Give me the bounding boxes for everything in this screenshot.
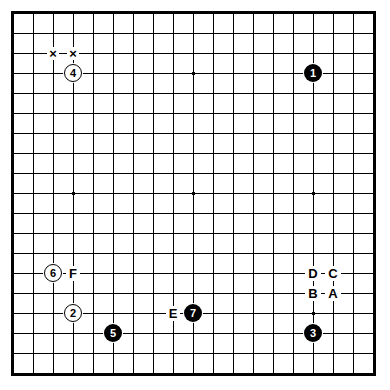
move-number: 4: [70, 68, 76, 79]
move-number: 6: [50, 268, 56, 279]
stone-white-2[interactable]: 2: [64, 304, 82, 322]
star-point: [312, 312, 315, 315]
move-number: 5: [110, 328, 116, 339]
move-number: 7: [190, 308, 196, 319]
move-number: 3: [310, 328, 316, 339]
star-point: [192, 72, 195, 75]
move-number: 2: [70, 308, 76, 319]
stone-black-3[interactable]: 3: [304, 324, 322, 342]
stone-white-6[interactable]: 6: [44, 264, 62, 282]
stone-black-1[interactable]: 1: [304, 64, 322, 82]
star-point: [312, 192, 315, 195]
point-label-F[interactable]: F: [66, 266, 80, 281]
point-label-E[interactable]: E: [166, 306, 181, 321]
go-board[interactable]: ××ABCDEF1234567: [0, 0, 390, 390]
star-point: [192, 192, 195, 195]
stone-black-7[interactable]: 7: [184, 304, 202, 322]
point-label-D[interactable]: D: [305, 266, 320, 281]
point-label-A[interactable]: A: [325, 286, 340, 301]
x-mark-D17: ×: [67, 47, 79, 60]
board-grid: ××ABCDEF1234567: [3, 3, 383, 383]
x-mark-C17: ×: [47, 47, 59, 60]
move-number: 1: [310, 68, 316, 79]
point-label-C[interactable]: C: [325, 266, 340, 281]
point-label-B[interactable]: B: [305, 286, 320, 301]
star-point: [72, 192, 75, 195]
stone-black-5[interactable]: 5: [104, 324, 122, 342]
stone-white-4[interactable]: 4: [64, 64, 82, 82]
